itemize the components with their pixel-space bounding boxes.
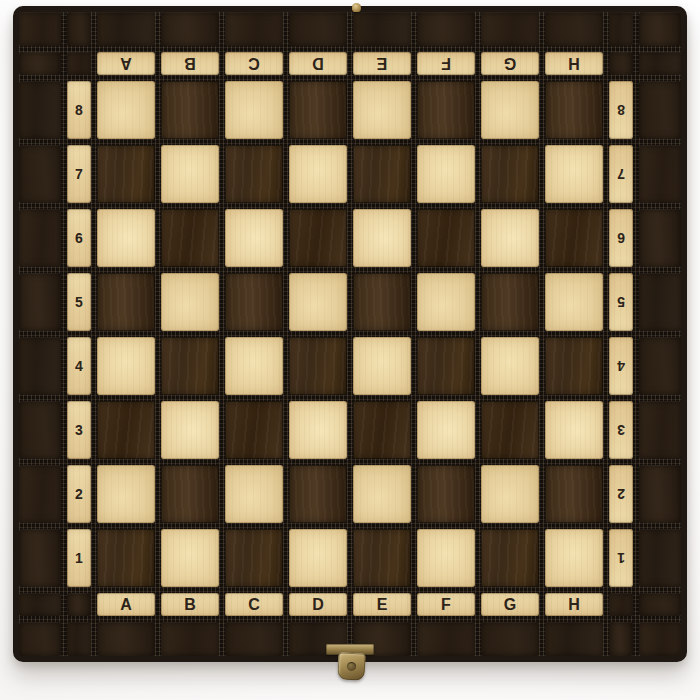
square-e7[interactable] <box>353 145 411 203</box>
square-f4[interactable] <box>417 337 475 395</box>
frame-cell <box>639 145 681 203</box>
rank-label-left-2: 2 <box>67 465 91 523</box>
frame-cell <box>67 622 91 656</box>
square-b5[interactable] <box>161 273 219 331</box>
square-c1[interactable] <box>225 529 283 587</box>
frame-cell <box>417 12 475 46</box>
square-g3[interactable] <box>481 401 539 459</box>
rank-label-right-8: 8 <box>609 81 633 139</box>
square-h5[interactable] <box>545 273 603 331</box>
frame-cell <box>19 529 61 587</box>
rank-label-right-4: 4 <box>609 337 633 395</box>
rank-label-left-6: 6 <box>67 209 91 267</box>
frame-cell <box>639 52 681 75</box>
frame-cell <box>19 52 61 75</box>
square-b3[interactable] <box>161 401 219 459</box>
rank-label-right-1: 1 <box>609 529 633 587</box>
square-g6[interactable] <box>481 209 539 267</box>
square-a8[interactable] <box>97 81 155 139</box>
photo-background: ABCDEFGH8877665544332211ABCDEFGH <box>0 0 700 700</box>
frame-cell <box>67 52 91 75</box>
rank-label-right-5: 5 <box>609 273 633 331</box>
square-h8[interactable] <box>545 81 603 139</box>
frame-cell <box>639 81 681 139</box>
file-label-top-b: B <box>161 52 219 75</box>
square-g2[interactable] <box>481 465 539 523</box>
square-e8[interactable] <box>353 81 411 139</box>
frame-cell <box>639 337 681 395</box>
frame-cell <box>97 622 155 656</box>
board-grid: ABCDEFGH8877665544332211ABCDEFGH <box>19 12 681 656</box>
square-c2[interactable] <box>225 465 283 523</box>
square-b6[interactable] <box>161 209 219 267</box>
square-h2[interactable] <box>545 465 603 523</box>
square-c5[interactable] <box>225 273 283 331</box>
square-h4[interactable] <box>545 337 603 395</box>
square-a3[interactable] <box>97 401 155 459</box>
clasp-rivet-icon <box>347 662 356 671</box>
frame-cell <box>639 465 681 523</box>
frame-cell <box>19 337 61 395</box>
file-label-top-h: H <box>545 52 603 75</box>
square-f6[interactable] <box>417 209 475 267</box>
frame-cell <box>161 12 219 46</box>
frame-cell <box>609 52 633 75</box>
square-g4[interactable] <box>481 337 539 395</box>
square-h7[interactable] <box>545 145 603 203</box>
frame-cell <box>19 465 61 523</box>
square-b8[interactable] <box>161 81 219 139</box>
square-c3[interactable] <box>225 401 283 459</box>
square-d7[interactable] <box>289 145 347 203</box>
square-b4[interactable] <box>161 337 219 395</box>
frame-cell <box>19 593 61 616</box>
square-e1[interactable] <box>353 529 411 587</box>
square-d6[interactable] <box>289 209 347 267</box>
square-d8[interactable] <box>289 81 347 139</box>
frame-cell <box>639 273 681 331</box>
frame-cell <box>639 593 681 616</box>
square-c6[interactable] <box>225 209 283 267</box>
square-f5[interactable] <box>417 273 475 331</box>
frame-cell <box>639 529 681 587</box>
frame-cell <box>19 81 61 139</box>
frame-cell <box>225 622 283 656</box>
square-c4[interactable] <box>225 337 283 395</box>
rank-label-left-8: 8 <box>67 81 91 139</box>
frame-cell <box>353 12 411 46</box>
clasp-tongue <box>337 652 365 680</box>
file-label-bottom-g: G <box>481 593 539 616</box>
square-g8[interactable] <box>481 81 539 139</box>
square-d4[interactable] <box>289 337 347 395</box>
rank-label-left-5: 5 <box>67 273 91 331</box>
square-d5[interactable] <box>289 273 347 331</box>
frame-cell <box>19 209 61 267</box>
square-c7[interactable] <box>225 145 283 203</box>
square-a4[interactable] <box>97 337 155 395</box>
frame-cell <box>639 401 681 459</box>
square-a6[interactable] <box>97 209 155 267</box>
square-f8[interactable] <box>417 81 475 139</box>
rank-label-right-2: 2 <box>609 465 633 523</box>
file-label-bottom-d: D <box>289 593 347 616</box>
frame-cell <box>481 12 539 46</box>
file-label-top-d: D <box>289 52 347 75</box>
frame-cell <box>97 12 155 46</box>
frame-cell <box>481 622 539 656</box>
square-g5[interactable] <box>481 273 539 331</box>
square-e5[interactable] <box>353 273 411 331</box>
frame-cell <box>19 12 61 46</box>
file-label-top-c: C <box>225 52 283 75</box>
square-d3[interactable] <box>289 401 347 459</box>
file-label-bottom-h: H <box>545 593 603 616</box>
square-e6[interactable] <box>353 209 411 267</box>
square-e3[interactable] <box>353 401 411 459</box>
square-h1[interactable] <box>545 529 603 587</box>
frame-cell <box>161 622 219 656</box>
square-h6[interactable] <box>545 209 603 267</box>
frame-cell <box>639 209 681 267</box>
rank-label-left-7: 7 <box>67 145 91 203</box>
frame-cell <box>289 12 347 46</box>
frame-cell <box>609 12 633 46</box>
square-a7[interactable] <box>97 145 155 203</box>
rank-label-left-4: 4 <box>67 337 91 395</box>
rank-label-right-7: 7 <box>609 145 633 203</box>
square-g7[interactable] <box>481 145 539 203</box>
file-label-top-a: A <box>97 52 155 75</box>
rank-label-right-3: 3 <box>609 401 633 459</box>
frame-cell <box>639 12 681 46</box>
hinge-pin-icon <box>352 3 361 12</box>
square-f3[interactable] <box>417 401 475 459</box>
square-f1[interactable] <box>417 529 475 587</box>
file-label-top-e: E <box>353 52 411 75</box>
frame-cell <box>67 593 91 616</box>
frame-cell <box>609 622 633 656</box>
square-b7[interactable] <box>161 145 219 203</box>
square-a2[interactable] <box>97 465 155 523</box>
frame-cell <box>19 622 61 656</box>
frame-cell <box>545 622 603 656</box>
square-e4[interactable] <box>353 337 411 395</box>
rank-label-right-6: 6 <box>609 209 633 267</box>
square-h3[interactable] <box>545 401 603 459</box>
frame-cell <box>19 145 61 203</box>
square-b1[interactable] <box>161 529 219 587</box>
frame-cell <box>609 593 633 616</box>
frame-cell <box>19 273 61 331</box>
square-f7[interactable] <box>417 145 475 203</box>
file-label-bottom-a: A <box>97 593 155 616</box>
square-b2[interactable] <box>161 465 219 523</box>
file-label-top-f: F <box>417 52 475 75</box>
frame-cell <box>639 622 681 656</box>
file-label-bottom-c: C <box>225 593 283 616</box>
square-d2[interactable] <box>289 465 347 523</box>
file-label-bottom-b: B <box>161 593 219 616</box>
rank-label-left-1: 1 <box>67 529 91 587</box>
square-a1[interactable] <box>97 529 155 587</box>
file-label-bottom-e: E <box>353 593 411 616</box>
file-label-bottom-f: F <box>417 593 475 616</box>
frame-cell <box>225 12 283 46</box>
frame-cell <box>67 12 91 46</box>
square-f2[interactable] <box>417 465 475 523</box>
rank-label-left-3: 3 <box>67 401 91 459</box>
frame-cell <box>545 12 603 46</box>
frame-cell <box>19 401 61 459</box>
square-a5[interactable] <box>97 273 155 331</box>
brass-clasp <box>326 644 374 682</box>
frame-cell <box>417 622 475 656</box>
square-d1[interactable] <box>289 529 347 587</box>
square-c8[interactable] <box>225 81 283 139</box>
square-g1[interactable] <box>481 529 539 587</box>
file-label-top-g: G <box>481 52 539 75</box>
square-e2[interactable] <box>353 465 411 523</box>
chess-board: ABCDEFGH8877665544332211ABCDEFGH <box>13 6 687 662</box>
